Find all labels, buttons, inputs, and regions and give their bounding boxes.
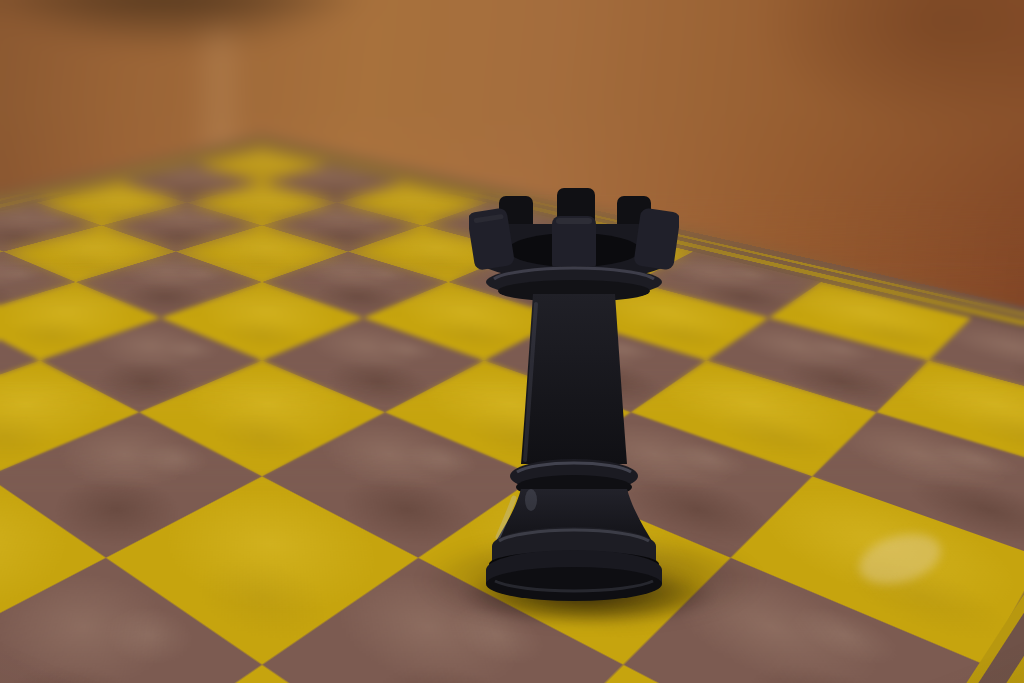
floor-dark-corner [754, 0, 1024, 130]
dark-object-blur [0, 0, 380, 50]
floor-highlight-streak [205, 30, 235, 160]
black-rook-graphic [469, 180, 679, 604]
photo-scene [0, 0, 1024, 683]
rook-front-merlons [469, 207, 679, 272]
black-rook-piece[interactable] [469, 180, 679, 604]
rook-bell-specular [525, 489, 537, 511]
rook-base-discs [486, 527, 662, 601]
